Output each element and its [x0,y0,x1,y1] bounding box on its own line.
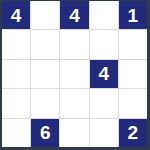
empty-cell-r3c2[interactable] [60,89,88,117]
empty-cell-r1c2[interactable] [60,30,88,58]
empty-cell-r2c1[interactable] [31,60,59,88]
empty-cell-r4c3[interactable] [90,119,118,147]
empty-cell-r3c4[interactable] [119,89,147,117]
empty-cell-r3c0[interactable] [2,89,30,117]
empty-cell-r3c1[interactable] [31,89,59,117]
empty-cell-r2c0[interactable] [2,60,30,88]
empty-cell-r2c4[interactable] [119,60,147,88]
empty-cell-r0c3[interactable] [90,1,118,29]
puzzle-board: 441462 [0,0,150,150]
given-cell-r4c4[interactable]: 2 [119,119,147,147]
empty-cell-r2c2[interactable] [60,60,88,88]
empty-cell-r1c4[interactable] [119,30,147,58]
given-cell-r2c3[interactable]: 4 [90,60,118,88]
given-cell-r0c4[interactable]: 1 [119,1,147,29]
given-cell-r4c1[interactable]: 6 [31,119,59,147]
empty-cell-r1c1[interactable] [31,30,59,58]
empty-cell-r0c1[interactable] [31,1,59,29]
empty-cell-r4c0[interactable] [2,119,30,147]
puzzle-grid: 441462 [2,1,147,147]
empty-cell-r1c0[interactable] [2,30,30,58]
given-cell-r0c0[interactable]: 4 [2,1,30,29]
given-cell-r0c2[interactable]: 4 [60,1,88,29]
empty-cell-r4c2[interactable] [60,119,88,147]
empty-cell-r1c3[interactable] [90,30,118,58]
empty-cell-r3c3[interactable] [90,89,118,117]
